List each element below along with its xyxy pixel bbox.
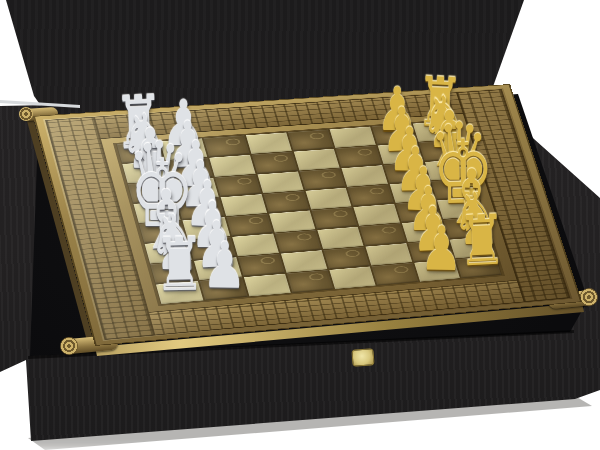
piece-white-rook[interactable]: ♜: [154, 245, 205, 302]
rook-glyph: ♜: [457, 206, 507, 277]
scene: ♜♟♟♜♞♟♟♞♝♟♟♝♛♟♟♛♚♟♟♚♝♟♟♝♞♟♟♞♜♟♟♜: [0, 0, 600, 450]
pawn-glyph: ♟: [419, 218, 462, 280]
pieces-layer: ♜♟♟♜♞♟♟♞♝♟♟♝♛♟♟♛♚♟♟♚♝♟♟♝♞♟♟♞♜♟♟♜: [0, 0, 600, 450]
pawn-glyph: ♟: [202, 234, 247, 298]
piece-white-pawn[interactable]: ♟: [202, 248, 246, 298]
piece-black-rook[interactable]: ♜: [459, 222, 507, 276]
rook-glyph: ♜: [153, 228, 205, 302]
piece-black-pawn[interactable]: ♟: [419, 232, 462, 279]
